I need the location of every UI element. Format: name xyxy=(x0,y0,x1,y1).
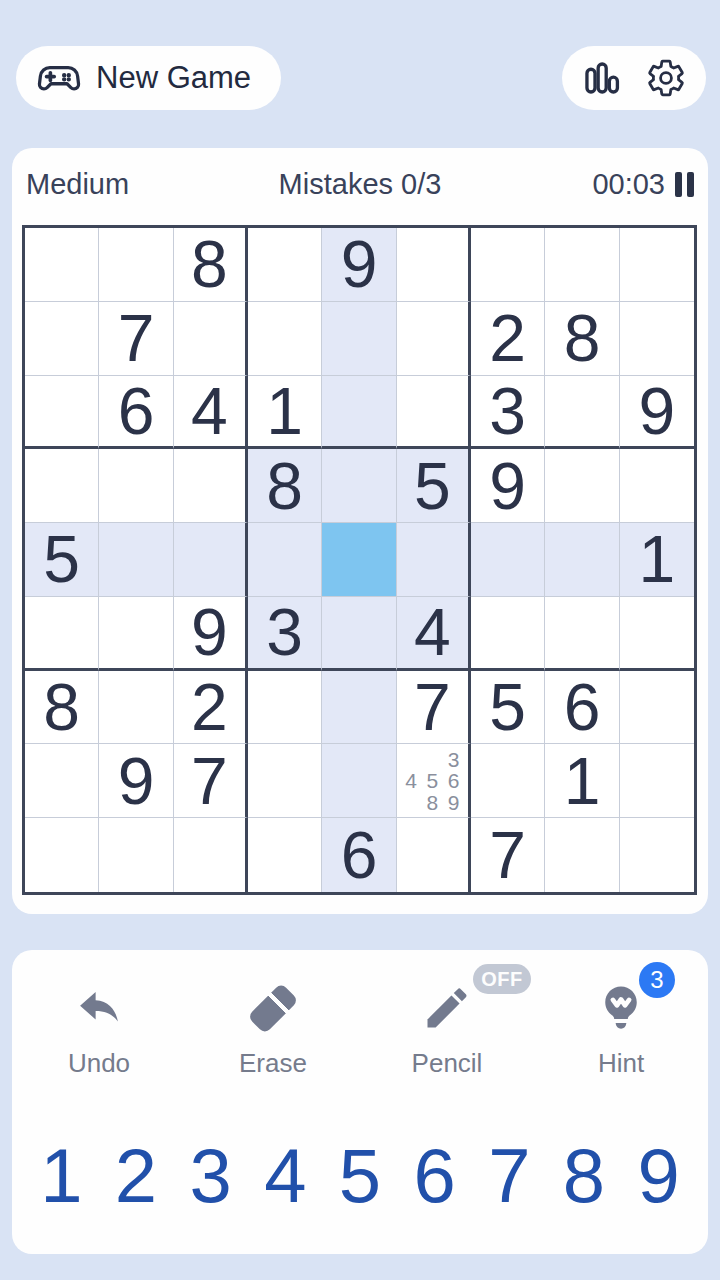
numpad-8[interactable]: 8 xyxy=(547,1138,622,1214)
new-game-button[interactable]: New Game xyxy=(16,46,281,110)
cell-r6c3[interactable]: 9 xyxy=(174,597,248,671)
cell-r7c4[interactable] xyxy=(248,671,322,745)
undo-icon xyxy=(72,978,126,1038)
cell-r4c1[interactable] xyxy=(25,449,99,523)
cell-r9c2[interactable] xyxy=(99,818,173,892)
cell-r9c1[interactable] xyxy=(25,818,99,892)
cell-r8c7[interactable] xyxy=(471,744,545,818)
cell-r2c6[interactable] xyxy=(397,302,471,376)
cell-r1c5[interactable]: 9 xyxy=(322,228,396,302)
cell-r8c1[interactable] xyxy=(25,744,99,818)
cell-r9c8[interactable] xyxy=(545,818,619,892)
cell-r5c4[interactable] xyxy=(248,523,322,597)
cell-r2c3[interactable] xyxy=(174,302,248,376)
pencil-off-badge: OFF xyxy=(473,964,531,994)
cell-r4c4[interactable]: 8 xyxy=(248,449,322,523)
cell-r3c1[interactable] xyxy=(25,376,99,450)
pencil-button[interactable]: OFF Pencil xyxy=(360,978,534,1079)
cell-r2c8[interactable]: 8 xyxy=(545,302,619,376)
cell-r5c6[interactable] xyxy=(397,523,471,597)
stats-bar-chart-icon[interactable] xyxy=(581,57,623,99)
cell-r8c5[interactable] xyxy=(322,744,396,818)
gamepad-icon xyxy=(36,55,82,101)
settings-gear-icon[interactable] xyxy=(645,57,687,99)
pencil-icon xyxy=(421,978,473,1038)
cell-r1c2[interactable] xyxy=(99,228,173,302)
cell-r3c6[interactable] xyxy=(397,376,471,450)
status-bar: Medium Mistakes 0/3 00:03 xyxy=(26,164,694,204)
cell-r4c7[interactable]: 9 xyxy=(471,449,545,523)
cell-r3c4[interactable]: 1 xyxy=(248,376,322,450)
cell-r1c6[interactable] xyxy=(397,228,471,302)
cell-r7c2[interactable] xyxy=(99,671,173,745)
cell-r8c6[interactable]: 345689 xyxy=(397,744,471,818)
tools-card: Undo Erase OFF Pencil 3 xyxy=(12,950,708,1254)
cell-r4c9[interactable] xyxy=(620,449,694,523)
cell-r7c7[interactable]: 5 xyxy=(471,671,545,745)
timer-value: 00:03 xyxy=(592,168,665,201)
cell-r3c5[interactable] xyxy=(322,376,396,450)
cell-r3c8[interactable] xyxy=(545,376,619,450)
cell-r5c5[interactable] xyxy=(322,523,396,597)
cell-r4c5[interactable] xyxy=(322,449,396,523)
numpad-1[interactable]: 1 xyxy=(24,1138,99,1214)
topbar-right-group xyxy=(562,46,706,110)
cell-r8c8[interactable]: 1 xyxy=(545,744,619,818)
cell-r9c4[interactable] xyxy=(248,818,322,892)
cell-r7c5[interactable] xyxy=(322,671,396,745)
cell-r3c9[interactable]: 9 xyxy=(620,376,694,450)
mistakes-label: Mistakes 0/3 xyxy=(222,168,497,201)
numpad-6[interactable]: 6 xyxy=(397,1138,472,1214)
cell-r9c7[interactable]: 7 xyxy=(471,818,545,892)
cell-r7c8[interactable]: 6 xyxy=(545,671,619,745)
cell-r5c7[interactable] xyxy=(471,523,545,597)
hint-count-badge: 3 xyxy=(639,962,675,998)
undo-label: Undo xyxy=(68,1048,130,1079)
cell-r8c2[interactable]: 9 xyxy=(99,744,173,818)
cell-r1c9[interactable] xyxy=(620,228,694,302)
cell-r2c9[interactable] xyxy=(620,302,694,376)
cell-r3c2[interactable]: 6 xyxy=(99,376,173,450)
cell-r5c8[interactable] xyxy=(545,523,619,597)
numpad-2[interactable]: 2 xyxy=(99,1138,174,1214)
cell-r5c2[interactable] xyxy=(99,523,173,597)
cell-r5c1[interactable]: 5 xyxy=(25,523,99,597)
cell-r1c4[interactable] xyxy=(248,228,322,302)
pencil-label: Pencil xyxy=(412,1048,483,1079)
cell-r1c3[interactable]: 8 xyxy=(174,228,248,302)
cell-r4c8[interactable] xyxy=(545,449,619,523)
cell-r7c3[interactable]: 2 xyxy=(174,671,248,745)
cell-r6c5[interactable] xyxy=(322,597,396,671)
cell-r6c4[interactable]: 3 xyxy=(248,597,322,671)
cell-r9c6[interactable] xyxy=(397,818,471,892)
cell-r5c3[interactable] xyxy=(174,523,248,597)
hint-button[interactable]: 3 Hint xyxy=(534,978,708,1079)
cell-r4c2[interactable] xyxy=(99,449,173,523)
cell-r3c3[interactable]: 4 xyxy=(174,376,248,450)
cell-r7c6[interactable]: 7 xyxy=(397,671,471,745)
numpad-3[interactable]: 3 xyxy=(173,1138,248,1214)
undo-button[interactable]: Undo xyxy=(12,978,186,1079)
cell-r1c8[interactable] xyxy=(545,228,619,302)
cell-r9c9[interactable] xyxy=(620,818,694,892)
cell-r8c3[interactable]: 7 xyxy=(174,744,248,818)
cell-r2c2[interactable]: 7 xyxy=(99,302,173,376)
numpad-4[interactable]: 4 xyxy=(248,1138,323,1214)
cell-r6c6[interactable]: 4 xyxy=(397,597,471,671)
numpad-9[interactable]: 9 xyxy=(621,1138,696,1214)
hint-label: Hint xyxy=(598,1048,644,1079)
difficulty-label: Medium xyxy=(26,168,222,201)
cell-r8c9[interactable] xyxy=(620,744,694,818)
new-game-label: New Game xyxy=(96,60,251,96)
cell-r6c9[interactable] xyxy=(620,597,694,671)
board-card: Medium Mistakes 0/3 00:03 89728641398595… xyxy=(12,148,708,914)
cell-r7c9[interactable] xyxy=(620,671,694,745)
toolbar: Undo Erase OFF Pencil 3 xyxy=(12,978,708,1079)
cell-r3c7[interactable]: 3 xyxy=(471,376,545,450)
pencil-marks: 345689 xyxy=(400,749,464,813)
sudoku-grid: 8972864139859519348275697345689167 xyxy=(22,225,697,895)
cell-r2c7[interactable]: 2 xyxy=(471,302,545,376)
cell-r4c3[interactable] xyxy=(174,449,248,523)
cell-r1c1[interactable] xyxy=(25,228,99,302)
cell-r2c1[interactable] xyxy=(25,302,99,376)
cell-r9c3[interactable] xyxy=(174,818,248,892)
erase-button[interactable]: Erase xyxy=(186,978,360,1079)
cell-r4c6[interactable]: 5 xyxy=(397,449,471,523)
cell-r6c2[interactable] xyxy=(99,597,173,671)
cell-r9c5[interactable]: 6 xyxy=(322,818,396,892)
cell-r2c4[interactable] xyxy=(248,302,322,376)
cell-r8c4[interactable] xyxy=(248,744,322,818)
cell-r1c7[interactable] xyxy=(471,228,545,302)
erase-label: Erase xyxy=(239,1048,307,1079)
eraser-icon xyxy=(249,978,297,1038)
cell-r2c5[interactable] xyxy=(322,302,396,376)
numpad-5[interactable]: 5 xyxy=(323,1138,398,1214)
cell-r6c8[interactable] xyxy=(545,597,619,671)
pause-icon[interactable] xyxy=(675,172,694,197)
cell-r6c7[interactable] xyxy=(471,597,545,671)
numpad-7[interactable]: 7 xyxy=(472,1138,547,1214)
cell-r5c9[interactable]: 1 xyxy=(620,523,694,597)
number-pad: 123456789 xyxy=(24,1138,696,1214)
cell-r6c1[interactable] xyxy=(25,597,99,671)
cell-r7c1[interactable]: 8 xyxy=(25,671,99,745)
